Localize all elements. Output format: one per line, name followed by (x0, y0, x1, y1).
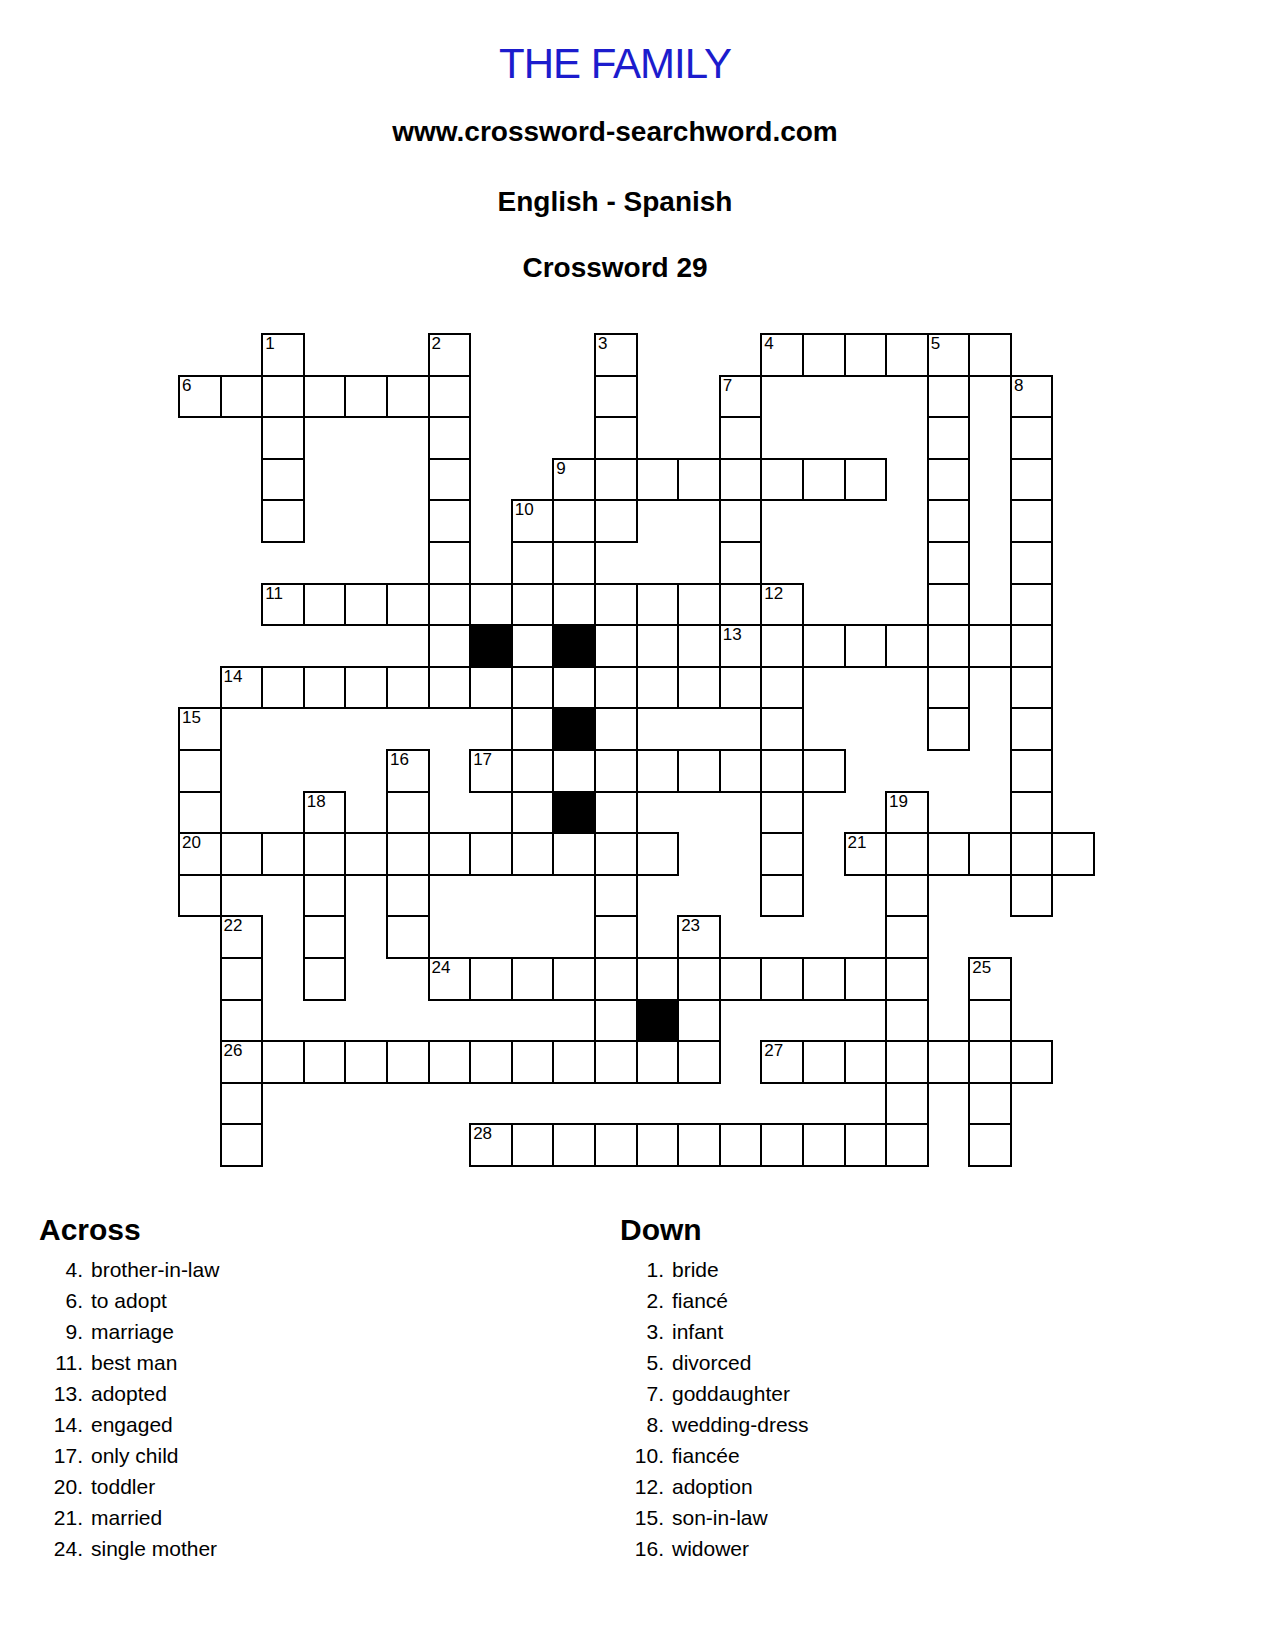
cell-r19c11[interactable] (637, 1124, 679, 1166)
cell-r1c6[interactable] (429, 376, 471, 418)
cell-r0c17[interactable] (886, 334, 928, 376)
cell-r12c3[interactable] (304, 833, 346, 875)
cell-r10c7[interactable]: 17 (470, 750, 512, 792)
cell-r15c17[interactable] (886, 958, 928, 1000)
cell-r15c1[interactable] (221, 958, 263, 1000)
clue-text: bride (672, 1258, 719, 1282)
cell-r13c20[interactable] (1011, 875, 1053, 917)
cell-r19c17[interactable] (886, 1124, 928, 1166)
cell-r17c4[interactable] (345, 1041, 387, 1083)
clue-num-label: 7. (620, 1382, 664, 1406)
cell-r8c20[interactable] (1011, 667, 1053, 709)
cell-r11c5[interactable] (387, 792, 429, 834)
cell-r2c6[interactable] (429, 417, 471, 459)
cell-r9c14[interactable] (761, 708, 803, 750)
cell-r19c19[interactable] (969, 1124, 1011, 1166)
cell-r3c10[interactable] (595, 459, 637, 501)
cell-r0c6[interactable]: 2 (429, 334, 471, 376)
cell-r4c8[interactable]: 10 (512, 500, 554, 542)
cell-r18c1[interactable] (221, 1083, 263, 1125)
cell-r11c3[interactable]: 18 (304, 792, 346, 834)
clue-num-label: 5. (620, 1351, 664, 1375)
cell-r17c5[interactable] (387, 1041, 429, 1083)
cell-r15c11[interactable] (637, 958, 679, 1000)
cell-r3c13[interactable] (720, 459, 762, 501)
cell-r10c15[interactable] (803, 750, 845, 792)
clue-number-16: 16 (390, 750, 409, 770)
cell-r16c10[interactable] (595, 1000, 637, 1042)
cell-r8c14[interactable] (761, 667, 803, 709)
cell-r15c7[interactable] (470, 958, 512, 1000)
cell-r19c7[interactable]: 28 (470, 1124, 512, 1166)
cell-r12c4[interactable] (345, 833, 387, 875)
down-clue-12: 12.adoption (620, 1475, 1020, 1506)
cell-r12c20[interactable] (1011, 833, 1053, 875)
cell-r8c10[interactable] (595, 667, 637, 709)
cell-r1c5[interactable] (387, 376, 429, 418)
cell-r6c6[interactable] (429, 584, 471, 626)
clue-text: best man (91, 1351, 177, 1375)
cell-r15c19[interactable]: 25 (969, 958, 1011, 1000)
cell-r9c18[interactable] (928, 708, 970, 750)
cell-r19c10[interactable] (595, 1124, 637, 1166)
cell-r6c9[interactable] (553, 584, 595, 626)
cell-r10c9[interactable] (553, 750, 595, 792)
cell-r19c8[interactable] (512, 1124, 554, 1166)
black-cell-r9c9 (553, 708, 595, 750)
cell-r0c18[interactable]: 5 (928, 334, 970, 376)
clue-number-11: 11 (265, 584, 283, 604)
cell-r17c20[interactable] (1011, 1041, 1053, 1083)
cell-r14c1[interactable]: 22 (221, 916, 263, 958)
clue-num-label: 15. (620, 1506, 664, 1530)
cell-r10c8[interactable] (512, 750, 554, 792)
cell-r3c18[interactable] (928, 459, 970, 501)
cell-r1c0[interactable]: 6 (179, 376, 221, 418)
black-cell-r7c9 (553, 625, 595, 667)
cell-r12c14[interactable] (761, 833, 803, 875)
cell-r10c0[interactable] (179, 750, 221, 792)
cell-r15c16[interactable] (845, 958, 887, 1000)
clue-number-6: 6 (182, 376, 191, 396)
clue-number-20: 20 (182, 833, 201, 853)
clue-num-label: 16. (620, 1537, 664, 1561)
clue-text: goddaughter (672, 1382, 790, 1406)
cell-r12c21[interactable] (1052, 833, 1094, 875)
cell-r19c14[interactable] (761, 1124, 803, 1166)
across-clue-17: 17.only child (39, 1444, 439, 1475)
cell-r4c2[interactable] (262, 500, 304, 542)
cell-r1c13[interactable]: 7 (720, 376, 762, 418)
cell-r8c11[interactable] (637, 667, 679, 709)
cell-r15c10[interactable] (595, 958, 637, 1000)
cell-r6c4[interactable] (345, 584, 387, 626)
cell-r5c18[interactable] (928, 542, 970, 584)
cell-r12c1[interactable] (221, 833, 263, 875)
down-clues: Down 1.bride2.fiancé3.infant5.divorced7.… (620, 1213, 1020, 1568)
clue-num-label: 12. (620, 1475, 664, 1499)
cell-r11c10[interactable] (595, 792, 637, 834)
cell-r17c12[interactable] (678, 1041, 720, 1083)
cell-r12c11[interactable] (637, 833, 679, 875)
cell-r12c2[interactable] (262, 833, 304, 875)
down-clue-8: 8.wedding-dress (620, 1413, 1020, 1444)
cell-r3c15[interactable] (803, 459, 845, 501)
cell-r6c7[interactable] (470, 584, 512, 626)
cell-r7c13[interactable]: 13 (720, 625, 762, 667)
clue-text: to adopt (91, 1289, 167, 1313)
clue-text: widower (672, 1537, 749, 1561)
clue-num-label: 11. (39, 1351, 83, 1375)
cell-r17c10[interactable] (595, 1041, 637, 1083)
cell-r2c18[interactable] (928, 417, 970, 459)
cell-r7c18[interactable] (928, 625, 970, 667)
cell-r6c2[interactable]: 11 (262, 584, 304, 626)
cell-r8c5[interactable] (387, 667, 429, 709)
cell-r0c16[interactable] (845, 334, 887, 376)
cell-r13c17[interactable] (886, 875, 928, 917)
cell-r15c13[interactable] (720, 958, 762, 1000)
cell-r6c5[interactable] (387, 584, 429, 626)
cell-r17c3[interactable] (304, 1041, 346, 1083)
clue-num-label: 1. (620, 1258, 664, 1282)
clue-number-7: 7 (723, 376, 732, 396)
clue-num-label: 3. (620, 1320, 664, 1344)
cell-r14c3[interactable] (304, 916, 346, 958)
cell-r15c15[interactable] (803, 958, 845, 1000)
clue-text: infant (672, 1320, 723, 1344)
cell-r12c19[interactable] (969, 833, 1011, 875)
clue-num-label: 13. (39, 1382, 83, 1406)
cell-r10c13[interactable] (720, 750, 762, 792)
cell-r7c12[interactable] (678, 625, 720, 667)
cell-r17c7[interactable] (470, 1041, 512, 1083)
cell-r17c19[interactable] (969, 1041, 1011, 1083)
clue-number-24: 24 (432, 958, 451, 978)
across-clue-14: 14.engaged (39, 1413, 439, 1444)
cell-r7c14[interactable] (761, 625, 803, 667)
cell-r4c13[interactable] (720, 500, 762, 542)
cell-r10c20[interactable] (1011, 750, 1053, 792)
cell-r12c0[interactable]: 20 (179, 833, 221, 875)
cell-r15c9[interactable] (553, 958, 595, 1000)
crossword-grid: 1234567891011121314151617181920212223242… (179, 334, 1094, 1166)
clue-number-4: 4 (764, 334, 773, 354)
cell-r6c10[interactable] (595, 584, 637, 626)
down-clue-16: 16.widower (620, 1537, 1020, 1568)
clue-num-label: 4. (39, 1258, 83, 1282)
down-clue-2: 2.fiancé (620, 1289, 1020, 1320)
cell-r5c13[interactable] (720, 542, 762, 584)
cell-r8c8[interactable] (512, 667, 554, 709)
cell-r18c17[interactable] (886, 1083, 928, 1125)
cell-r14c17[interactable] (886, 916, 928, 958)
cell-r9c8[interactable] (512, 708, 554, 750)
across-clue-6: 6.to adopt (39, 1289, 439, 1320)
across-clue-9: 9.marriage (39, 1320, 439, 1351)
cell-r4c6[interactable] (429, 500, 471, 542)
cell-r19c15[interactable] (803, 1124, 845, 1166)
clue-number-14: 14 (224, 667, 243, 687)
cell-r8c9[interactable] (553, 667, 595, 709)
cell-r3c9[interactable]: 9 (553, 459, 595, 501)
clue-number-9: 9 (556, 459, 565, 479)
clue-num-label: 20. (39, 1475, 83, 1499)
clue-text: son-in-law (672, 1506, 768, 1530)
cell-r12c7[interactable] (470, 833, 512, 875)
down-clue-3: 3.infant (620, 1320, 1020, 1351)
cell-r17c8[interactable] (512, 1041, 554, 1083)
clue-number-3: 3 (598, 334, 607, 354)
cell-r16c12[interactable] (678, 1000, 720, 1042)
across-clue-11: 11.best man (39, 1351, 439, 1382)
cell-r19c16[interactable] (845, 1124, 887, 1166)
clue-num-label: 8. (620, 1413, 664, 1437)
clue-number-25: 25 (972, 958, 991, 978)
cell-r3c6[interactable] (429, 459, 471, 501)
cell-r11c17[interactable]: 19 (886, 792, 928, 834)
black-cell-r16c11 (637, 1000, 679, 1042)
cell-r10c12[interactable] (678, 750, 720, 792)
cell-r17c2[interactable] (262, 1041, 304, 1083)
cell-r19c9[interactable] (553, 1124, 595, 1166)
cell-r4c9[interactable] (553, 500, 595, 542)
cell-r5c9[interactable] (553, 542, 595, 584)
cell-r17c15[interactable] (803, 1041, 845, 1083)
cell-r7c11[interactable] (637, 625, 679, 667)
clue-text: wedding-dress (672, 1413, 809, 1437)
clue-num-label: 24. (39, 1537, 83, 1561)
cell-r11c8[interactable] (512, 792, 554, 834)
language-pair: English - Spanish (0, 186, 1230, 218)
clue-num-label: 6. (39, 1289, 83, 1313)
clue-number-17: 17 (473, 750, 492, 770)
cell-r3c2[interactable] (262, 459, 304, 501)
cell-r12c6[interactable] (429, 833, 471, 875)
cell-r16c19[interactable] (969, 1000, 1011, 1042)
clue-number-12: 12 (764, 584, 783, 604)
cell-r7c10[interactable] (595, 625, 637, 667)
clue-num-label: 14. (39, 1413, 83, 1437)
cell-r2c10[interactable] (595, 417, 637, 459)
clue-number-19: 19 (889, 792, 908, 812)
cell-r9c0[interactable]: 15 (179, 708, 221, 750)
cell-r8c3[interactable] (304, 667, 346, 709)
cell-r13c10[interactable] (595, 875, 637, 917)
cell-r13c0[interactable] (179, 875, 221, 917)
cell-r9c10[interactable] (595, 708, 637, 750)
cell-r17c1[interactable]: 26 (221, 1041, 263, 1083)
clue-num-label: 9. (39, 1320, 83, 1344)
cell-r12c16[interactable]: 21 (845, 833, 887, 875)
cell-r1c2[interactable] (262, 376, 304, 418)
cell-r10c10[interactable] (595, 750, 637, 792)
cell-r13c14[interactable] (761, 875, 803, 917)
cell-r15c12[interactable] (678, 958, 720, 1000)
cell-r8c2[interactable] (262, 667, 304, 709)
clue-number-13: 13 (723, 625, 742, 645)
cell-r6c3[interactable] (304, 584, 346, 626)
puzzle-number: Crossword 29 (0, 252, 1230, 284)
cell-r14c5[interactable] (387, 916, 429, 958)
cell-r7c6[interactable] (429, 625, 471, 667)
cell-r15c8[interactable] (512, 958, 554, 1000)
cell-r3c12[interactable] (678, 459, 720, 501)
cell-r6c11[interactable] (637, 584, 679, 626)
clue-number-26: 26 (224, 1041, 243, 1061)
cell-r10c5[interactable]: 16 (387, 750, 429, 792)
cell-r1c20[interactable]: 8 (1011, 376, 1053, 418)
cell-r1c3[interactable] (304, 376, 346, 418)
cell-r8c18[interactable] (928, 667, 970, 709)
down-clue-10: 10.fiancée (620, 1444, 1020, 1475)
cell-r2c13[interactable] (720, 417, 762, 459)
cell-r8c12[interactable] (678, 667, 720, 709)
cell-r14c10[interactable] (595, 916, 637, 958)
cell-r0c19[interactable] (969, 334, 1011, 376)
cell-r6c14[interactable]: 12 (761, 584, 803, 626)
across-clue-13: 13.adopted (39, 1382, 439, 1413)
cell-r11c14[interactable] (761, 792, 803, 834)
cell-r10c11[interactable] (637, 750, 679, 792)
cell-r0c10[interactable]: 3 (595, 334, 637, 376)
clue-number-5: 5 (931, 334, 940, 354)
cell-r3c11[interactable] (637, 459, 679, 501)
cell-r11c20[interactable] (1011, 792, 1053, 834)
clue-number-18: 18 (307, 792, 326, 812)
cell-r9c20[interactable] (1011, 708, 1053, 750)
cell-r1c1[interactable] (221, 376, 263, 418)
down-clue-1: 1.bride (620, 1258, 1020, 1289)
cell-r8c1[interactable]: 14 (221, 667, 263, 709)
cell-r17c6[interactable] (429, 1041, 471, 1083)
clue-text: fiancée (672, 1444, 740, 1468)
cell-r17c18[interactable] (928, 1041, 970, 1083)
clue-num-label: 10. (620, 1444, 664, 1468)
cell-r15c3[interactable] (304, 958, 346, 1000)
cell-r1c10[interactable] (595, 376, 637, 418)
clue-number-27: 27 (764, 1041, 783, 1061)
cell-r0c15[interactable] (803, 334, 845, 376)
cell-r7c19[interactable] (969, 625, 1011, 667)
cell-r13c3[interactable] (304, 875, 346, 917)
cell-r4c10[interactable] (595, 500, 637, 542)
website-text: www.crossword-searchword.com (0, 116, 1230, 148)
clue-text: toddler (91, 1475, 155, 1499)
cell-r12c5[interactable] (387, 833, 429, 875)
cell-r7c20[interactable] (1011, 625, 1053, 667)
clue-text: single mother (91, 1537, 217, 1561)
cell-r0c2[interactable]: 1 (262, 334, 304, 376)
cell-r6c18[interactable] (928, 584, 970, 626)
cell-r3c14[interactable] (761, 459, 803, 501)
clue-number-28: 28 (473, 1124, 492, 1144)
down-list: 1.bride2.fiancé3.infant5.divorced7.godda… (620, 1258, 1020, 1568)
cell-r2c2[interactable] (262, 417, 304, 459)
cell-r2c20[interactable] (1011, 417, 1053, 459)
cell-r7c16[interactable] (845, 625, 887, 667)
cell-r12c10[interactable] (595, 833, 637, 875)
cell-r6c13[interactable] (720, 584, 762, 626)
cell-r13c5[interactable] (387, 875, 429, 917)
cell-r4c18[interactable] (928, 500, 970, 542)
cell-r11c0[interactable] (179, 792, 221, 834)
clue-text: adoption (672, 1475, 753, 1499)
across-clue-24: 24.single mother (39, 1537, 439, 1568)
cell-r17c9[interactable] (553, 1041, 595, 1083)
clue-text: marriage (91, 1320, 174, 1344)
cell-r19c12[interactable] (678, 1124, 720, 1166)
down-clue-15: 15.son-in-law (620, 1506, 1020, 1537)
cell-r18c19[interactable] (969, 1083, 1011, 1125)
cell-r17c14[interactable]: 27 (761, 1041, 803, 1083)
cell-r12c8[interactable] (512, 833, 554, 875)
across-clue-4: 4.brother-in-law (39, 1258, 439, 1289)
cell-r8c7[interactable] (470, 667, 512, 709)
clue-number-21: 21 (848, 833, 867, 853)
cell-r15c14[interactable] (761, 958, 803, 1000)
cell-r0c14[interactable]: 4 (761, 334, 803, 376)
cell-r7c15[interactable] (803, 625, 845, 667)
across-header: Across (39, 1213, 439, 1247)
cell-r3c16[interactable] (845, 459, 887, 501)
cell-r16c1[interactable] (221, 1000, 263, 1042)
cell-r19c13[interactable] (720, 1124, 762, 1166)
cell-r6c20[interactable] (1011, 584, 1053, 626)
cell-r15c6[interactable]: 24 (429, 958, 471, 1000)
clue-text: only child (91, 1444, 179, 1468)
cell-r1c18[interactable] (928, 376, 970, 418)
clue-num-label: 21. (39, 1506, 83, 1530)
clue-num-label: 2. (620, 1289, 664, 1313)
clue-text: divorced (672, 1351, 751, 1375)
cell-r3c20[interactable] (1011, 459, 1053, 501)
cell-r17c11[interactable] (637, 1041, 679, 1083)
clue-number-2: 2 (432, 334, 441, 354)
page: THE FAMILY www.crossword-searchword.com … (0, 0, 1275, 1650)
cell-r6c8[interactable] (512, 584, 554, 626)
cell-r8c4[interactable] (345, 667, 387, 709)
cell-r12c17[interactable] (886, 833, 928, 875)
cell-r19c1[interactable] (221, 1124, 263, 1166)
cell-r16c17[interactable] (886, 1000, 928, 1042)
cell-r14c12[interactable]: 23 (678, 916, 720, 958)
clue-text: fiancé (672, 1289, 728, 1313)
cell-r1c4[interactable] (345, 376, 387, 418)
cell-r8c13[interactable] (720, 667, 762, 709)
cell-r17c17[interactable] (886, 1041, 928, 1083)
clue-text: married (91, 1506, 162, 1530)
cell-r12c9[interactable] (553, 833, 595, 875)
clue-text: engaged (91, 1413, 173, 1437)
clue-text: adopted (91, 1382, 167, 1406)
cell-r10c14[interactable] (761, 750, 803, 792)
black-cell-r11c9 (553, 792, 595, 834)
cell-r8c6[interactable] (429, 667, 471, 709)
cell-r7c17[interactable] (886, 625, 928, 667)
cell-r7c8[interactable] (512, 625, 554, 667)
cell-r5c8[interactable] (512, 542, 554, 584)
cell-r12c18[interactable] (928, 833, 970, 875)
cell-r4c20[interactable] (1011, 500, 1053, 542)
cell-r17c16[interactable] (845, 1041, 887, 1083)
cell-r6c12[interactable] (678, 584, 720, 626)
cell-r5c20[interactable] (1011, 542, 1053, 584)
down-clue-7: 7.goddaughter (620, 1382, 1020, 1413)
cell-r5c6[interactable] (429, 542, 471, 584)
clue-number-8: 8 (1014, 376, 1023, 396)
clue-number-15: 15 (182, 708, 201, 728)
